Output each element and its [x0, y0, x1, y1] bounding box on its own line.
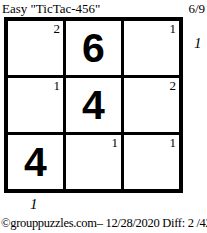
big-number: 4	[66, 78, 121, 132]
puzzle-counter: 6/9	[188, 1, 205, 17]
cell-r1c0[interactable]: 1	[8, 78, 63, 132]
cell-r1c2[interactable]: 2	[124, 78, 179, 132]
big-number: 6	[66, 21, 121, 75]
cell-r0c0[interactable]: 2	[8, 21, 63, 75]
puzzle-title: Easy "TicTac-456"	[2, 1, 100, 17]
big-number	[66, 135, 121, 189]
big-number: 4	[8, 135, 63, 189]
big-number	[124, 135, 179, 189]
puzzle-board: 2 6 1 1 4 2 4 1	[4, 17, 183, 193]
tictac-puzzle-page: Easy "TicTac-456" 6/9 2 6 1 1 4 2 4	[0, 0, 207, 233]
copyright-footer: ©grouppuzzles.com– 12/28/2020 Diff: 2 /4…	[1, 216, 207, 231]
cell-r2c1[interactable]: 1	[66, 135, 121, 189]
big-number	[8, 78, 63, 132]
cell-r2c0[interactable]: 4	[8, 135, 63, 189]
big-number	[8, 21, 63, 75]
cell-r2c2[interactable]: 1	[124, 135, 179, 189]
outside-clue-right-row0: 1	[194, 36, 202, 51]
cell-r1c1[interactable]: 4	[66, 78, 121, 132]
cell-r0c1[interactable]: 6	[66, 21, 121, 75]
cell-r0c2[interactable]: 1	[124, 21, 179, 75]
outside-clue-bottom-col0: 1	[30, 197, 38, 212]
big-number	[124, 78, 179, 132]
big-number	[124, 21, 179, 75]
